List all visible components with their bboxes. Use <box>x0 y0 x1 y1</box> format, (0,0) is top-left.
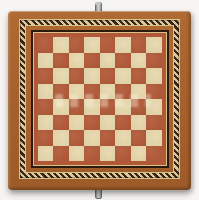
square-h2[interactable] <box>146 130 162 146</box>
chess-board[interactable] <box>38 37 162 161</box>
square-h5[interactable] <box>146 84 162 100</box>
square-b8[interactable] <box>53 37 69 53</box>
square-b3[interactable] <box>53 115 69 131</box>
square-a2[interactable] <box>38 130 54 146</box>
square-f8[interactable] <box>115 37 131 53</box>
square-e7[interactable] <box>100 53 116 69</box>
square-g6[interactable] <box>131 68 147 84</box>
square-e1[interactable] <box>100 146 116 162</box>
square-c8[interactable] <box>69 37 85 53</box>
square-e8[interactable] <box>100 37 116 53</box>
square-g1[interactable] <box>131 146 147 162</box>
square-e4[interactable] <box>100 99 116 115</box>
inlay-mosaic-border <box>19 19 180 179</box>
square-b2[interactable] <box>53 130 69 146</box>
board-frame <box>31 30 169 168</box>
square-c2[interactable] <box>69 130 85 146</box>
square-e5[interactable] <box>100 84 116 100</box>
square-a8[interactable] <box>38 37 54 53</box>
square-c1[interactable] <box>69 146 85 162</box>
square-h4[interactable] <box>146 99 162 115</box>
square-b5[interactable] <box>53 84 69 100</box>
square-h1[interactable] <box>146 146 162 162</box>
square-h8[interactable] <box>146 37 162 53</box>
square-a4[interactable] <box>38 99 54 115</box>
square-f3[interactable] <box>115 115 131 131</box>
square-h3[interactable] <box>146 115 162 131</box>
chess-box <box>8 11 191 190</box>
square-b4[interactable] <box>53 99 69 115</box>
square-f2[interactable] <box>115 130 131 146</box>
square-b7[interactable] <box>53 53 69 69</box>
square-g8[interactable] <box>131 37 147 53</box>
square-h6[interactable] <box>146 68 162 84</box>
square-b1[interactable] <box>53 146 69 162</box>
square-f6[interactable] <box>115 68 131 84</box>
square-f5[interactable] <box>115 84 131 100</box>
square-a3[interactable] <box>38 115 54 131</box>
square-e2[interactable] <box>100 130 116 146</box>
square-a5[interactable] <box>38 84 54 100</box>
square-c4[interactable] <box>69 99 85 115</box>
square-e3[interactable] <box>100 115 116 131</box>
square-c7[interactable] <box>69 53 85 69</box>
square-a7[interactable] <box>38 53 54 69</box>
square-c6[interactable] <box>69 68 85 84</box>
square-g4[interactable] <box>131 99 147 115</box>
square-e6[interactable] <box>100 68 116 84</box>
square-f4[interactable] <box>115 99 131 115</box>
square-c3[interactable] <box>69 115 85 131</box>
square-c5[interactable] <box>69 84 85 100</box>
square-d8[interactable] <box>84 37 100 53</box>
square-g5[interactable] <box>131 84 147 100</box>
square-d7[interactable] <box>84 53 100 69</box>
square-b6[interactable] <box>53 68 69 84</box>
square-f1[interactable] <box>115 146 131 162</box>
square-f7[interactable] <box>115 53 131 69</box>
square-d6[interactable] <box>84 68 100 84</box>
photo-background <box>0 0 199 200</box>
square-d4[interactable] <box>84 99 100 115</box>
square-g7[interactable] <box>131 53 147 69</box>
square-a6[interactable] <box>38 68 54 84</box>
square-d3[interactable] <box>84 115 100 131</box>
square-g3[interactable] <box>131 115 147 131</box>
square-h7[interactable] <box>146 53 162 69</box>
square-d1[interactable] <box>84 146 100 162</box>
square-g2[interactable] <box>131 130 147 146</box>
square-d2[interactable] <box>84 130 100 146</box>
square-a1[interactable] <box>38 146 54 162</box>
inner-wood-band <box>25 25 174 173</box>
square-d5[interactable] <box>84 84 100 100</box>
